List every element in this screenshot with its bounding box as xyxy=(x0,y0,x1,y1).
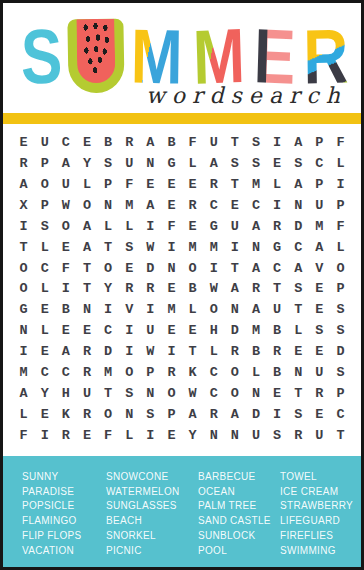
grid-cell-r8c15[interactable]: E xyxy=(309,279,330,300)
grid-cell-r11c14[interactable]: E xyxy=(288,341,309,362)
grid-cell-r8c12[interactable]: R xyxy=(245,279,266,300)
grid-cell-r4c13[interactable]: I xyxy=(267,195,288,216)
grid-cell-r10c14[interactable]: L xyxy=(288,320,309,341)
grid-cell-r15c16[interactable]: T xyxy=(330,425,351,446)
grid-cell-r14c8[interactable]: P xyxy=(161,404,182,425)
grid-cell-r11c10[interactable]: L xyxy=(203,341,224,362)
grid-cell-r15c4[interactable]: E xyxy=(76,425,97,446)
grid-cell-r15c12[interactable]: U xyxy=(245,425,266,446)
grid-cell-r7c12[interactable]: A xyxy=(245,258,266,279)
grid-cell-r2c3[interactable]: A xyxy=(55,153,76,174)
grid-cell-r12c7[interactable]: P xyxy=(140,362,161,383)
grid-cell-r14c10[interactable]: R xyxy=(203,404,224,425)
grid-cell-r7c2[interactable]: C xyxy=(34,258,55,279)
grid-cell-r4c16[interactable]: P xyxy=(330,195,351,216)
grid-cell-r6c2[interactable]: L xyxy=(34,237,55,258)
grid-cell-r1c12[interactable]: S xyxy=(245,132,266,153)
grid-cell-r15c5[interactable]: F xyxy=(98,425,119,446)
grid-cell-r1c9[interactable]: F xyxy=(182,132,203,153)
grid-cell-r6c5[interactable]: T xyxy=(98,237,119,258)
grid-cell-r13c7[interactable]: N xyxy=(140,383,161,404)
grid-cell-r11c7[interactable]: W xyxy=(140,341,161,362)
grid-cell-r9c1[interactable]: G xyxy=(13,299,34,320)
grid-cell-r10c15[interactable]: S xyxy=(309,320,330,341)
grid-cell-r3c16[interactable]: I xyxy=(330,174,351,195)
grid-cell-r15c15[interactable]: U xyxy=(309,425,330,446)
grid-cell-r8c9[interactable]: B xyxy=(182,279,203,300)
grid-cell-r7c8[interactable]: N xyxy=(161,258,182,279)
grid-cell-r8c11[interactable]: A xyxy=(224,279,245,300)
grid-cell-r9c14[interactable]: T xyxy=(288,299,309,320)
grid-cell-r11c8[interactable]: I xyxy=(161,341,182,362)
grid-cell-r12c15[interactable]: U xyxy=(309,362,330,383)
grid-cell-r3c13[interactable]: L xyxy=(267,174,288,195)
grid-cell-r5c6[interactable]: L xyxy=(119,216,140,237)
grid-cell-r7c16[interactable]: O xyxy=(330,258,351,279)
grid-cell-r6c13[interactable]: G xyxy=(267,237,288,258)
grid-cell-r6c11[interactable]: I xyxy=(224,237,245,258)
watermelon-u-icon xyxy=(68,19,125,94)
word-list-item: PICNIC xyxy=(106,544,198,559)
grid-cell-r13c9[interactable]: W xyxy=(182,383,203,404)
grid-cell-r13c5[interactable]: T xyxy=(98,383,119,404)
word-list-item: SUNNY xyxy=(22,470,106,485)
grid-cell-r8c8[interactable]: E xyxy=(161,279,182,300)
grid-cell-r5c8[interactable]: F xyxy=(161,216,182,237)
word-list-item: SWIMMING xyxy=(280,544,361,559)
grid-cell-r14c16[interactable]: C xyxy=(330,404,351,425)
grid-cell-r9c10[interactable]: O xyxy=(203,299,224,320)
grid-cell-r9c9[interactable]: L xyxy=(182,299,203,320)
grid-cell-r6c3[interactable]: E xyxy=(55,237,76,258)
grid-cell-r10c11[interactable]: D xyxy=(224,320,245,341)
grid-cell-r3c11[interactable]: T xyxy=(224,174,245,195)
grid-cell-r14c13[interactable]: I xyxy=(267,404,288,425)
grid-cell-r14c3[interactable]: K xyxy=(55,404,76,425)
grid-cell-r7c6[interactable]: E xyxy=(119,258,140,279)
grid-cell-r3c3[interactable]: U xyxy=(55,174,76,195)
grid-cell-r1c16[interactable]: F xyxy=(330,132,351,153)
word-list-item: ICE CREAM xyxy=(280,485,361,500)
grid-cell-r7c13[interactable]: C xyxy=(267,258,288,279)
grid-cell-r11c15[interactable]: E xyxy=(309,341,330,362)
grid-cell-r10c13[interactable]: B xyxy=(267,320,288,341)
grid-cell-r8c14[interactable]: S xyxy=(288,279,309,300)
grid-cell-r7c14[interactable]: A xyxy=(288,258,309,279)
grid-cell-r13c3[interactable]: H xyxy=(55,383,76,404)
grid-cell-r11c11[interactable]: R xyxy=(224,341,245,362)
grid-cell-r1c4[interactable]: E xyxy=(76,132,97,153)
grid-cell-r6c12[interactable]: N xyxy=(245,237,266,258)
word-list-item: POOL xyxy=(198,544,280,559)
subtitle-script: wordsearch xyxy=(146,83,347,108)
grid-cell-r1c1[interactable]: E xyxy=(13,132,34,153)
grid-cell-r9c7[interactable]: I xyxy=(140,299,161,320)
grid-cell-r8c7[interactable]: R xyxy=(140,279,161,300)
grid-cell-r9c3[interactable]: B xyxy=(55,299,76,320)
grid-cell-r2c15[interactable]: C xyxy=(309,153,330,174)
grid-cell-r3c9[interactable]: E xyxy=(182,174,203,195)
grid-cell-r10c9[interactable]: E xyxy=(182,320,203,341)
grid-cell-r14c7[interactable]: S xyxy=(140,404,161,425)
grid-cell-r15c7[interactable]: I xyxy=(140,425,161,446)
grid-cell-r3c5[interactable]: P xyxy=(98,174,119,195)
grid-cell-r10c2[interactable]: L xyxy=(34,320,55,341)
grid-cell-r12c13[interactable]: B xyxy=(267,362,288,383)
grid-cell-r12c11[interactable]: O xyxy=(224,362,245,383)
grid-cell-r9c6[interactable]: V xyxy=(119,299,140,320)
grid-cell-r13c2[interactable]: Y xyxy=(34,383,55,404)
grid-cell-r11c13[interactable]: R xyxy=(267,341,288,362)
divider-bar xyxy=(3,113,361,124)
grid-cell-r6c8[interactable]: I xyxy=(161,237,182,258)
grid-cell-r10c4[interactable]: E xyxy=(76,320,97,341)
grid-cell-r4c4[interactable]: O xyxy=(76,195,97,216)
grid-cell-r3c2[interactable]: O xyxy=(34,174,55,195)
grid-cell-r5c4[interactable]: A xyxy=(76,216,97,237)
grid-cell-r11c1[interactable]: I xyxy=(13,341,34,362)
grid-cell-r15c13[interactable]: S xyxy=(267,425,288,446)
grid-cell-r2c10[interactable]: A xyxy=(203,153,224,174)
grid-cell-r6c6[interactable]: S xyxy=(119,237,140,258)
grid-cell-r14c6[interactable]: N xyxy=(119,404,140,425)
grid-cell-r3c14[interactable]: A xyxy=(288,174,309,195)
title: S M M E R wordsearch xyxy=(3,3,361,113)
grid-cell-r7c5[interactable]: O xyxy=(98,258,119,279)
grid-cell-r4c6[interactable]: M xyxy=(119,195,140,216)
word-list-item: SUNBLOCK xyxy=(198,529,280,544)
grid-cell-r13c4[interactable]: U xyxy=(76,383,97,404)
grid-cell-r3c4[interactable]: L xyxy=(76,174,97,195)
word-list-item: FIREFLIES xyxy=(280,529,361,544)
grid-cell-r5c2[interactable]: S xyxy=(34,216,55,237)
grid-cell-r2c12[interactable]: S xyxy=(245,153,266,174)
grid-cell-r6c15[interactable]: A xyxy=(309,237,330,258)
grid-cell-r12c1[interactable]: M xyxy=(13,362,34,383)
grid-cell-r13c16[interactable]: P xyxy=(330,383,351,404)
grid-cell-r14c14[interactable]: S xyxy=(288,404,309,425)
grid-cell-r10c5[interactable]: C xyxy=(98,320,119,341)
grid-cell-r4c1[interactable]: X xyxy=(13,195,34,216)
grid-cell-r8c13[interactable]: T xyxy=(267,279,288,300)
grid-cell-r13c6[interactable]: S xyxy=(119,383,140,404)
grid-cell-r7c7[interactable]: D xyxy=(140,258,161,279)
grid-cell-r14c5[interactable]: O xyxy=(98,404,119,425)
grid-cell-r15c1[interactable]: F xyxy=(13,425,34,446)
word-column-3: BARBECUEOCEANPALM TREESAND CASTLESUNBLOC… xyxy=(198,470,280,567)
grid-cell-r4c12[interactable]: C xyxy=(245,195,266,216)
word-list-item: POPSICLE xyxy=(22,499,106,514)
grid-cell-r8c16[interactable]: P xyxy=(330,279,351,300)
grid-cell-r2c9[interactable]: L xyxy=(182,153,203,174)
grid-cell-r6c1[interactable]: T xyxy=(13,237,34,258)
grid-cell-r6c10[interactable]: M xyxy=(203,237,224,258)
grid-cell-r2c16[interactable]: L xyxy=(330,153,351,174)
grid-cell-r12c12[interactable]: L xyxy=(245,362,266,383)
grid-cell-r11c2[interactable]: E xyxy=(34,341,55,362)
grid-cell-r14c15[interactable]: E xyxy=(309,404,330,425)
grid-cell-r15c10[interactable]: N xyxy=(203,425,224,446)
grid-cell-r10c12[interactable]: M xyxy=(245,320,266,341)
grid-cell-r7c15[interactable]: V xyxy=(309,258,330,279)
grid-cell-r3c7[interactable]: E xyxy=(140,174,161,195)
grid-cell-r1c7[interactable]: A xyxy=(140,132,161,153)
grid-cell-r5c9[interactable]: E xyxy=(182,216,203,237)
grid-cell-r5c12[interactable]: A xyxy=(245,216,266,237)
grid-cell-r1c10[interactable]: U xyxy=(203,132,224,153)
grid-cell-r13c13[interactable]: E xyxy=(267,383,288,404)
grid-cell-r3c1[interactable]: A xyxy=(13,174,34,195)
grid-cell-r15c8[interactable]: E xyxy=(161,425,182,446)
grid-cell-r9c11[interactable]: N xyxy=(224,299,245,320)
grid-cell-r2c1[interactable]: R xyxy=(13,153,34,174)
grid-cell-r15c3[interactable]: R xyxy=(55,425,76,446)
grid-cell-r10c16[interactable]: S xyxy=(330,320,351,341)
grid-cell-r15c11[interactable]: N xyxy=(224,425,245,446)
grid-cell-r5c3[interactable]: O xyxy=(55,216,76,237)
grid-cell-r13c12[interactable]: N xyxy=(245,383,266,404)
grid-cell-r6c16[interactable]: L xyxy=(330,237,351,258)
grid-cell-r8c1[interactable]: O xyxy=(13,279,34,300)
word-list: SUNNYPARADISEPOPSICLEFLAMINGOFLIP FLOPSV… xyxy=(3,456,361,567)
grid-cell-r14c11[interactable]: A xyxy=(224,404,245,425)
word-list-item: SUNGLASSES xyxy=(106,499,198,514)
grid-cell-r5c5[interactable]: L xyxy=(98,216,119,237)
grid-cell-r5c7[interactable]: I xyxy=(140,216,161,237)
grid-cell-r11c9[interactable]: T xyxy=(182,341,203,362)
grid-cell-r3c15[interactable]: P xyxy=(309,174,330,195)
grid-cell-r9c8[interactable]: M xyxy=(161,299,182,320)
title-letter-s: S xyxy=(20,17,63,97)
grid-cell-r6c7[interactable]: W xyxy=(140,237,161,258)
grid-cell-r14c4[interactable]: R xyxy=(76,404,97,425)
grid-cell-r9c12[interactable]: A xyxy=(245,299,266,320)
grid-cell-r1c6[interactable]: R xyxy=(119,132,140,153)
grid-cell-r14c2[interactable]: E xyxy=(34,404,55,425)
grid-cell-r11c3[interactable]: A xyxy=(55,341,76,362)
grid-cell-r14c9[interactable]: A xyxy=(182,404,203,425)
grid-cell-r10c3[interactable]: E xyxy=(55,320,76,341)
grid-cell-r4c3[interactable]: W xyxy=(55,195,76,216)
grid-cell-r14c12[interactable]: D xyxy=(245,404,266,425)
word-list-item: WATERMELON xyxy=(106,485,198,500)
grid-cell-r5c11[interactable]: U xyxy=(224,216,245,237)
grid-cell-r11c6[interactable]: I xyxy=(119,341,140,362)
watermelon-flesh-icon xyxy=(77,19,116,84)
grid-cell-r10c1[interactable]: N xyxy=(13,320,34,341)
word-list-item: SAND CASTLE xyxy=(198,514,280,529)
word-column-1: SUNNYPARADISEPOPSICLEFLAMINGOFLIP FLOPSV… xyxy=(22,470,106,567)
grid-cell-r7c10[interactable]: I xyxy=(203,258,224,279)
grid-cell-r2c5[interactable]: S xyxy=(98,153,119,174)
grid-cell-r2c13[interactable]: E xyxy=(267,153,288,174)
grid-cell-r4c2[interactable]: P xyxy=(34,195,55,216)
grid-cell-r3c8[interactable]: E xyxy=(161,174,182,195)
grid-cell-r8c4[interactable]: T xyxy=(76,279,97,300)
word-list-item: FLAMINGO xyxy=(22,514,106,529)
grid-cell-r2c7[interactable]: N xyxy=(140,153,161,174)
grid-cell-r4c11[interactable]: E xyxy=(224,195,245,216)
grid-cell-r10c10[interactable]: H xyxy=(203,320,224,341)
worksheet: S M M E R wordsearch EUCEBRABFUTSIAPFRPA… xyxy=(0,0,364,570)
grid-cell-r3c6[interactable]: F xyxy=(119,174,140,195)
grid-cell-r12c10[interactable]: C xyxy=(203,362,224,383)
grid-cell-r12c14[interactable]: N xyxy=(288,362,309,383)
grid-cell-r1c2[interactable]: U xyxy=(34,132,55,153)
grid-cell-r7c1[interactable]: O xyxy=(13,258,34,279)
grid-cell-r14c1[interactable]: L xyxy=(13,404,34,425)
grid-cell-r13c10[interactable]: C xyxy=(203,383,224,404)
grid-cell-r11c12[interactable]: B xyxy=(245,341,266,362)
grid-cell-r1c3[interactable]: C xyxy=(55,132,76,153)
grid-cell-r1c15[interactable]: P xyxy=(309,132,330,153)
grid-cell-r10c7[interactable]: U xyxy=(140,320,161,341)
grid-cell-r15c2[interactable]: I xyxy=(34,425,55,446)
word-list-item: TOWEL xyxy=(280,470,361,485)
word-list-item: OCEAN xyxy=(198,485,280,500)
grid-cell-r6c9[interactable]: M xyxy=(182,237,203,258)
grid-cell-r5c15[interactable]: M xyxy=(309,216,330,237)
grid-cell-r5c10[interactable]: G xyxy=(203,216,224,237)
grid-cell-r4c14[interactable]: N xyxy=(288,195,309,216)
grid-cell-r9c4[interactable]: N xyxy=(76,299,97,320)
wordsearch-grid: EUCEBRABFUTSIAPFRPAYSUNGLASSESCLAOULPFEE… xyxy=(3,124,361,456)
word-list-item: BARBECUE xyxy=(198,470,280,485)
grid-cell-r2c8[interactable]: G xyxy=(161,153,182,174)
word-column-4: TOWELICE CREAMSTRAWBERRYLIFEGUARDFIREFLI… xyxy=(280,470,361,567)
grid-cell-r7c11[interactable]: T xyxy=(224,258,245,279)
grid-cell-r13c15[interactable]: R xyxy=(309,383,330,404)
grid-cell-r4c15[interactable]: U xyxy=(309,195,330,216)
word-list-item: FLIP FLOPS xyxy=(22,529,106,544)
grid-cell-r1c8[interactable]: B xyxy=(161,132,182,153)
grid-cell-r4c7[interactable]: A xyxy=(140,195,161,216)
grid-cell-r2c11[interactable]: S xyxy=(224,153,245,174)
grid-cell-r12c9[interactable]: K xyxy=(182,362,203,383)
word-list-item: SNORKEL xyxy=(106,529,198,544)
grid-cell-r2c2[interactable]: P xyxy=(34,153,55,174)
grid-cell-r3c10[interactable]: R xyxy=(203,174,224,195)
grid-cell-r13c11[interactable]: O xyxy=(224,383,245,404)
grid-cell-r4c10[interactable]: C xyxy=(203,195,224,216)
grid-cell-r12c8[interactable]: R xyxy=(161,362,182,383)
grid-cell-r15c14[interactable]: R xyxy=(288,425,309,446)
grid-cell-r12c6[interactable]: O xyxy=(119,362,140,383)
grid-cell-r2c6[interactable]: U xyxy=(119,153,140,174)
grid-cell-r13c8[interactable]: O xyxy=(161,383,182,404)
grid-cell-r9c5[interactable]: I xyxy=(98,299,119,320)
grid-cell-r9c16[interactable]: S xyxy=(330,299,351,320)
grid-cell-r5c1[interactable]: I xyxy=(13,216,34,237)
grid-cell-r6c4[interactable]: A xyxy=(76,237,97,258)
word-column-2: SNOWCONEWATERMELONSUNGLASSESBEACHSNORKEL… xyxy=(106,470,198,567)
grid-cell-r8c3[interactable]: I xyxy=(55,279,76,300)
grid-cell-r8c5[interactable]: Y xyxy=(98,279,119,300)
grid-cell-r9c13[interactable]: U xyxy=(267,299,288,320)
grid-cell-r11c16[interactable]: D xyxy=(330,341,351,362)
grid-cell-r1c11[interactable]: T xyxy=(224,132,245,153)
grid-cell-r5c13[interactable]: R xyxy=(267,216,288,237)
grid-cell-r3c12[interactable]: M xyxy=(245,174,266,195)
grid-cell-r12c16[interactable]: S xyxy=(330,362,351,383)
grid-cell-r9c15[interactable]: E xyxy=(309,299,330,320)
grid-cell-r15c9[interactable]: Y xyxy=(182,425,203,446)
word-list-item: VACATION xyxy=(22,544,106,559)
grid-cell-r12c3[interactable]: C xyxy=(55,362,76,383)
grid-cell-r9c2[interactable]: E xyxy=(34,299,55,320)
grid-cell-r10c8[interactable]: E xyxy=(161,320,182,341)
grid-cell-r8c10[interactable]: W xyxy=(203,279,224,300)
grid-cell-r10c6[interactable]: I xyxy=(119,320,140,341)
grid-cell-r11c4[interactable]: R xyxy=(76,341,97,362)
grid-cell-r11c5[interactable]: D xyxy=(98,341,119,362)
word-list-item: BEACH xyxy=(106,514,198,529)
grid-cell-r2c14[interactable]: S xyxy=(288,153,309,174)
grid-cell-r7c4[interactable]: T xyxy=(76,258,97,279)
grid-cell-r15c6[interactable]: L xyxy=(119,425,140,446)
grid-cell-r12c2[interactable]: C xyxy=(34,362,55,383)
grid-cell-r1c13[interactable]: I xyxy=(267,132,288,153)
grid-cell-r1c14[interactable]: A xyxy=(288,132,309,153)
grid-cell-r5c16[interactable]: F xyxy=(330,216,351,237)
word-list-item: PALM TREE xyxy=(198,499,280,514)
grid-cell-r5c14[interactable]: D xyxy=(288,216,309,237)
word-list-item: LIFEGUARD xyxy=(280,514,361,529)
grid-cell-r13c14[interactable]: T xyxy=(288,383,309,404)
grid-cell-r12c4[interactable]: R xyxy=(76,362,97,383)
grid-cell-r7c3[interactable]: F xyxy=(55,258,76,279)
grid-cell-r13c1[interactable]: A xyxy=(13,383,34,404)
word-list-item: STRAWBERRY xyxy=(280,499,361,514)
grid-cell-r8c6[interactable]: R xyxy=(119,279,140,300)
grid-cell-r12c5[interactable]: M xyxy=(98,362,119,383)
grid-cell-r4c5[interactable]: N xyxy=(98,195,119,216)
grid-cell-r1c5[interactable]: B xyxy=(98,132,119,153)
word-list-item: SNOWCONE xyxy=(106,470,198,485)
grid-cell-r7c9[interactable]: O xyxy=(182,258,203,279)
grid-cell-r6c14[interactable]: C xyxy=(288,237,309,258)
grid-cell-r2c4[interactable]: Y xyxy=(76,153,97,174)
grid-cell-r8c2[interactable]: L xyxy=(34,279,55,300)
grid-cell-r4c9[interactable]: R xyxy=(182,195,203,216)
word-list-item: PARADISE xyxy=(22,485,106,500)
grid-cell-r4c8[interactable]: E xyxy=(161,195,182,216)
